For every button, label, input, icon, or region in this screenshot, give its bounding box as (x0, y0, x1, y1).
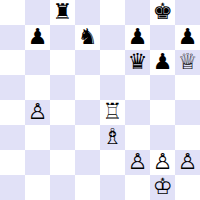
square-g6[interactable]: ♟ (150, 50, 175, 75)
square-c1[interactable] (50, 175, 75, 200)
square-d3[interactable] (75, 125, 100, 150)
square-g7[interactable] (150, 25, 175, 50)
square-c6[interactable] (50, 50, 75, 75)
black-pawn-icon: ♟ (153, 50, 173, 74)
square-f2[interactable]: ♙ (125, 150, 150, 175)
square-g4[interactable] (150, 100, 175, 125)
black-pawn-icon: ♟ (128, 25, 148, 49)
square-b8[interactable] (25, 0, 50, 25)
black-pawn-icon: ♟ (28, 25, 48, 49)
square-a2[interactable] (0, 150, 25, 175)
black-rook-icon: ♜ (53, 0, 73, 24)
square-b7[interactable]: ♟ (25, 25, 50, 50)
square-d8[interactable] (75, 0, 100, 25)
square-a8[interactable] (0, 0, 25, 25)
square-h5[interactable] (175, 75, 200, 100)
square-f5[interactable] (125, 75, 150, 100)
square-b3[interactable] (25, 125, 50, 150)
black-knight-icon: ♞ (78, 25, 98, 49)
square-a5[interactable] (0, 75, 25, 100)
square-b2[interactable] (25, 150, 50, 175)
square-c3[interactable] (50, 125, 75, 150)
square-a6[interactable] (0, 50, 25, 75)
square-c7[interactable] (50, 25, 75, 50)
square-d7[interactable]: ♞ (75, 25, 100, 50)
square-h4[interactable] (175, 100, 200, 125)
square-d5[interactable] (75, 75, 100, 100)
square-c4[interactable] (50, 100, 75, 125)
square-g2[interactable]: ♙ (150, 150, 175, 175)
square-g1[interactable]: ♔ (150, 175, 175, 200)
square-e8[interactable] (100, 0, 125, 25)
square-d1[interactable] (75, 175, 100, 200)
square-e3[interactable]: ♗ (100, 125, 125, 150)
square-e6[interactable] (100, 50, 125, 75)
square-f3[interactable] (125, 125, 150, 150)
square-f8[interactable] (125, 0, 150, 25)
square-h3[interactable] (175, 125, 200, 150)
square-g5[interactable] (150, 75, 175, 100)
square-a7[interactable] (0, 25, 25, 50)
square-c2[interactable] (50, 150, 75, 175)
square-e5[interactable] (100, 75, 125, 100)
square-b1[interactable] (25, 175, 50, 200)
square-e2[interactable] (100, 150, 125, 175)
white-pawn-icon: ♙ (178, 150, 198, 174)
square-f1[interactable] (125, 175, 150, 200)
white-pawn-icon: ♙ (153, 150, 173, 174)
square-h7[interactable]: ♟ (175, 25, 200, 50)
square-e7[interactable] (100, 25, 125, 50)
white-pawn-icon: ♙ (128, 150, 148, 174)
square-g8[interactable]: ♚ (150, 0, 175, 25)
square-a1[interactable] (0, 175, 25, 200)
black-pawn-icon: ♟ (178, 25, 198, 49)
square-h2[interactable]: ♙ (175, 150, 200, 175)
square-h8[interactable] (175, 0, 200, 25)
white-queen-icon: ♕ (178, 50, 198, 74)
square-a4[interactable] (0, 100, 25, 125)
square-g3[interactable] (150, 125, 175, 150)
square-f4[interactable] (125, 100, 150, 125)
square-b6[interactable] (25, 50, 50, 75)
white-king-icon: ♔ (153, 175, 173, 199)
square-b5[interactable] (25, 75, 50, 100)
white-rook-icon: ♖ (103, 100, 123, 124)
white-pawn-icon: ♙ (28, 100, 48, 124)
square-h1[interactable] (175, 175, 200, 200)
square-c8[interactable]: ♜ (50, 0, 75, 25)
square-f7[interactable]: ♟ (125, 25, 150, 50)
square-f6[interactable]: ♛ (125, 50, 150, 75)
square-e1[interactable] (100, 175, 125, 200)
square-d2[interactable] (75, 150, 100, 175)
black-queen-icon: ♛ (128, 50, 148, 74)
chess-board: ♜♚♟♞♟♟♛♟♕♙♖♗♙♙♙♔ (0, 0, 200, 200)
black-king-icon: ♚ (153, 0, 173, 24)
white-bishop-icon: ♗ (103, 125, 123, 149)
square-h6[interactable]: ♕ (175, 50, 200, 75)
square-b4[interactable]: ♙ (25, 100, 50, 125)
square-e4[interactable]: ♖ (100, 100, 125, 125)
square-c5[interactable] (50, 75, 75, 100)
square-a3[interactable] (0, 125, 25, 150)
square-d6[interactable] (75, 50, 100, 75)
square-d4[interactable] (75, 100, 100, 125)
